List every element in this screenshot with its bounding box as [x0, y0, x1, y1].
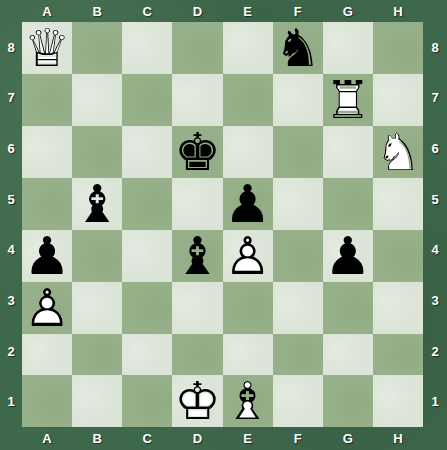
- file-label-top-h: H: [373, 0, 423, 22]
- rank-label-left-3: 3: [0, 275, 22, 326]
- piece-black-king[interactable]: ♚: [172, 126, 222, 178]
- chess-board: ♛♕♞♜♖♚♞♘♝♟♟♝♟♙♟♟♙♚♔♝♗: [22, 22, 423, 427]
- square-c5[interactable]: [122, 178, 172, 230]
- piece-black-bishop[interactable]: ♝: [72, 178, 122, 230]
- square-e8[interactable]: [223, 22, 273, 74]
- square-g4[interactable]: ♟: [323, 230, 373, 282]
- file-label-top-e: E: [223, 0, 273, 22]
- square-f7[interactable]: [273, 74, 323, 126]
- rank-label-left-7: 7: [0, 73, 22, 124]
- square-e1[interactable]: ♝♗: [223, 375, 273, 427]
- piece-glyph: ♝: [174, 230, 221, 282]
- square-f5[interactable]: [273, 178, 323, 230]
- piece-outline-layer: ♙: [24, 282, 71, 334]
- file-labels-bottom: ABCDEFGH: [22, 427, 423, 450]
- square-e4[interactable]: ♟♙: [223, 230, 273, 282]
- square-e2[interactable]: [223, 334, 273, 375]
- square-h6[interactable]: ♞♘: [373, 126, 423, 178]
- rank-label-left-5: 5: [0, 174, 22, 225]
- square-d6[interactable]: ♚: [172, 126, 222, 178]
- piece-white-king[interactable]: ♚♔: [172, 375, 222, 427]
- square-b1[interactable]: [72, 375, 122, 427]
- rank-label-left-4: 4: [0, 225, 22, 276]
- square-h3[interactable]: [373, 282, 423, 334]
- square-c7[interactable]: [122, 74, 172, 126]
- square-f4[interactable]: [273, 230, 323, 282]
- piece-black-bishop[interactable]: ♝: [172, 230, 222, 282]
- square-e3[interactable]: [223, 282, 273, 334]
- square-d7[interactable]: [172, 74, 222, 126]
- rank-label-right-1: 1: [423, 376, 447, 427]
- piece-outline-layer: ♗: [224, 375, 271, 427]
- file-label-top-d: D: [172, 0, 222, 22]
- file-label-bottom-h: H: [373, 427, 423, 450]
- file-label-bottom-c: C: [122, 427, 172, 450]
- square-b7[interactable]: [72, 74, 122, 126]
- square-a8[interactable]: ♛♕: [22, 22, 72, 74]
- piece-glyph: ♚: [174, 126, 221, 178]
- piece-white-rook[interactable]: ♜♖: [323, 74, 373, 126]
- square-h2[interactable]: [373, 334, 423, 375]
- file-label-top-g: G: [323, 0, 373, 22]
- square-f6[interactable]: [273, 126, 323, 178]
- square-h7[interactable]: [373, 74, 423, 126]
- piece-glyph: ♟: [325, 230, 372, 282]
- square-b2[interactable]: [72, 334, 122, 375]
- file-label-bottom-a: A: [22, 427, 72, 450]
- piece-glyph: ♞: [274, 22, 321, 74]
- square-c8[interactable]: [122, 22, 172, 74]
- rank-label-right-5: 5: [423, 174, 447, 225]
- piece-outline-layer: ♘: [375, 126, 422, 178]
- square-d8[interactable]: [172, 22, 222, 74]
- square-g5[interactable]: [323, 178, 373, 230]
- square-c6[interactable]: [122, 126, 172, 178]
- rank-label-right-7: 7: [423, 73, 447, 124]
- piece-black-pawn[interactable]: ♟: [323, 230, 373, 282]
- square-b5[interactable]: ♝: [72, 178, 122, 230]
- square-g8[interactable]: [323, 22, 373, 74]
- square-f2[interactable]: [273, 334, 323, 375]
- square-c1[interactable]: [122, 375, 172, 427]
- square-c2[interactable]: [122, 334, 172, 375]
- square-f3[interactable]: [273, 282, 323, 334]
- square-a1[interactable]: [22, 375, 72, 427]
- file-label-top-c: C: [122, 0, 172, 22]
- square-h4[interactable]: [373, 230, 423, 282]
- piece-outline-layer: ♙: [224, 230, 271, 282]
- square-e7[interactable]: [223, 74, 273, 126]
- square-h1[interactable]: [373, 375, 423, 427]
- square-b6[interactable]: [72, 126, 122, 178]
- piece-glyph: ♝: [74, 178, 121, 230]
- square-a5[interactable]: [22, 178, 72, 230]
- rank-label-left-6: 6: [0, 123, 22, 174]
- rank-label-right-4: 4: [423, 225, 447, 276]
- square-g3[interactable]: [323, 282, 373, 334]
- square-h8[interactable]: [373, 22, 423, 74]
- square-g7[interactable]: ♜♖: [323, 74, 373, 126]
- piece-outline-layer: ♖: [325, 74, 372, 126]
- square-h5[interactable]: [373, 178, 423, 230]
- square-f1[interactable]: [273, 375, 323, 427]
- piece-white-queen[interactable]: ♛♕: [22, 22, 72, 74]
- piece-white-bishop[interactable]: ♝♗: [223, 375, 273, 427]
- square-a7[interactable]: [22, 74, 72, 126]
- rank-label-right-3: 3: [423, 275, 447, 326]
- square-g2[interactable]: [323, 334, 373, 375]
- square-b4[interactable]: [72, 230, 122, 282]
- piece-black-pawn[interactable]: ♟: [223, 178, 273, 230]
- square-d1[interactable]: ♚♔: [172, 375, 222, 427]
- piece-white-pawn[interactable]: ♟♙: [22, 282, 72, 334]
- rank-label-right-8: 8: [423, 22, 447, 73]
- square-e6[interactable]: [223, 126, 273, 178]
- piece-white-knight[interactable]: ♞♘: [373, 126, 423, 178]
- rank-label-left-8: 8: [0, 22, 22, 73]
- piece-outline-layer: ♕: [24, 22, 71, 74]
- chess-board-frame: ABCDEFGH 87654321 87654321 ABCDEFGH ♛♕♞♜…: [0, 0, 447, 450]
- piece-outline-layer: ♔: [174, 375, 221, 427]
- rank-label-right-2: 2: [423, 326, 447, 377]
- square-e5[interactable]: ♟: [223, 178, 273, 230]
- square-b3[interactable]: [72, 282, 122, 334]
- square-a6[interactable]: [22, 126, 72, 178]
- square-b8[interactable]: [72, 22, 122, 74]
- square-d4[interactable]: ♝: [172, 230, 222, 282]
- square-d2[interactable]: [172, 334, 222, 375]
- piece-black-pawn[interactable]: ♟: [22, 230, 72, 282]
- rank-labels-left: 87654321: [0, 22, 22, 427]
- file-label-bottom-f: F: [273, 427, 323, 450]
- file-label-top-b: B: [72, 0, 122, 22]
- file-label-bottom-b: B: [72, 427, 122, 450]
- rank-label-right-6: 6: [423, 123, 447, 174]
- rank-label-left-1: 1: [0, 376, 22, 427]
- piece-white-pawn[interactable]: ♟♙: [223, 230, 273, 282]
- square-d5[interactable]: [172, 178, 222, 230]
- piece-glyph: ♟: [24, 230, 71, 282]
- rank-label-left-2: 2: [0, 326, 22, 377]
- square-d3[interactable]: [172, 282, 222, 334]
- piece-black-knight[interactable]: ♞: [273, 22, 323, 74]
- square-f8[interactable]: ♞: [273, 22, 323, 74]
- square-g1[interactable]: [323, 375, 373, 427]
- square-a4[interactable]: ♟: [22, 230, 72, 282]
- file-labels-top: ABCDEFGH: [22, 0, 423, 22]
- square-a2[interactable]: [22, 334, 72, 375]
- square-a3[interactable]: ♟♙: [22, 282, 72, 334]
- square-g6[interactable]: [323, 126, 373, 178]
- file-label-bottom-g: G: [323, 427, 373, 450]
- square-c4[interactable]: [122, 230, 172, 282]
- rank-labels-right: 87654321: [423, 22, 447, 427]
- square-c3[interactable]: [122, 282, 172, 334]
- piece-glyph: ♟: [224, 178, 271, 230]
